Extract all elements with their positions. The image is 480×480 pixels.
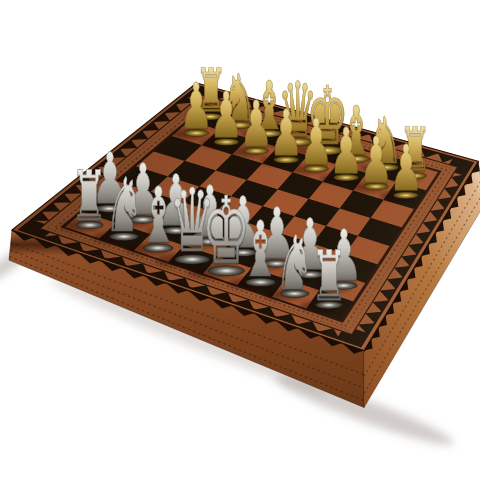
gold-bishop-c1: ♝ (242, 74, 297, 135)
silver-rook-h8: ♜ (301, 244, 358, 307)
gold-pawn-f2: ♟ (320, 121, 372, 179)
silver-king-glyph: ♚ (202, 185, 251, 278)
gold-pawn-e2: ♟ (290, 113, 342, 171)
gold-pawn-glyph: ♟ (269, 102, 303, 165)
gold-pawn-glyph: ♟ (180, 75, 214, 138)
silver-pawn-glyph: ♟ (258, 199, 295, 269)
gold-knight-glyph: ♞ (369, 109, 403, 173)
gold-pawn-glyph: ♟ (359, 129, 393, 192)
gold-king-glyph: ♚ (306, 77, 348, 157)
gold-bishop-glyph: ♝ (251, 73, 286, 140)
gold-pawn-h2: ♟ (380, 139, 432, 197)
silver-pawn-glyph: ♟ (292, 210, 329, 280)
silver-pawn-glyph: ♟ (191, 177, 228, 247)
gold-queen-d1: ♛ (267, 74, 329, 144)
gold-pawn-glyph: ♟ (210, 84, 244, 147)
gold-pawn-glyph: ♟ (389, 138, 423, 201)
silver-pawn-glyph: ♟ (91, 144, 128, 214)
gold-rook-h1: ♜ (391, 123, 440, 178)
gold-pawn-c2: ♟ (230, 95, 282, 153)
silver-rook-glyph: ♜ (72, 162, 109, 231)
silver-pawn-a7: ♟ (81, 146, 139, 211)
silver-pawn-e7: ♟ (214, 190, 272, 255)
silver-bishop-glyph: ♝ (138, 177, 179, 254)
silver-knight-glyph: ♞ (275, 225, 314, 299)
silver-pawn-c7: ♟ (148, 168, 206, 233)
gold-knight-glyph: ♞ (223, 66, 257, 130)
silver-knight-glyph: ♞ (104, 168, 143, 242)
silver-pawn-g7: ♟ (281, 212, 339, 277)
gold-bishop-glyph: ♝ (339, 98, 374, 165)
silver-bishop-f8: ♝ (229, 213, 292, 284)
silver-pawn-d7: ♟ (181, 179, 239, 244)
gold-pawn-glyph: ♟ (299, 111, 333, 174)
silver-bishop-glyph: ♝ (240, 212, 281, 289)
silver-bishop-c8: ♝ (127, 179, 190, 250)
gold-rook-glyph: ♜ (195, 62, 227, 122)
silver-pawn-f7: ♟ (248, 201, 306, 266)
silver-king-e8: ♚ (188, 187, 264, 272)
gold-pawn-d2: ♟ (260, 104, 312, 162)
gold-bishop-f1: ♝ (329, 100, 384, 161)
silver-pawn-h7: ♟ (315, 223, 373, 288)
gold-pawn-glyph: ♟ (239, 93, 273, 156)
silver-knight-g8: ♞ (264, 227, 325, 295)
silver-queen-d8: ♛ (156, 181, 228, 262)
silver-queen-glyph: ♛ (169, 179, 215, 267)
gold-pawn-a2: ♟ (171, 77, 223, 135)
silver-pawn-glyph: ♟ (325, 221, 362, 291)
gold-queen-glyph: ♛ (278, 72, 318, 148)
gold-king-e1: ♚ (295, 79, 361, 153)
gold-rook-glyph: ♜ (399, 122, 431, 182)
silver-rook-a8: ♜ (62, 164, 119, 227)
gold-pawn-glyph: ♟ (329, 120, 363, 183)
gold-knight-b1: ♞ (213, 68, 266, 127)
silver-rook-glyph: ♜ (311, 242, 348, 311)
gold-pawn-b2: ♟ (200, 86, 252, 144)
silver-knight-b8: ♞ (94, 170, 155, 238)
chess-set-photo: ♜♞♝♛♚♝♞♜♟♟♟♟♟♟♟♟♟♟♟♟♟♟♟♟♜♞♝♛♚♝♞♜ (0, 0, 480, 480)
gold-rook-a1: ♜ (186, 64, 235, 119)
pieces-layer: ♜♞♝♛♚♝♞♜♟♟♟♟♟♟♟♟♟♟♟♟♟♟♟♟♜♞♝♛♚♝♞♜ (0, 0, 480, 480)
silver-pawn-glyph: ♟ (158, 166, 195, 236)
silver-pawn-b7: ♟ (114, 157, 172, 222)
silver-pawn-glyph: ♟ (124, 155, 161, 225)
silver-pawn-glyph: ♟ (225, 188, 262, 258)
gold-pawn-g2: ♟ (350, 130, 402, 188)
gold-knight-g1: ♞ (360, 110, 413, 169)
